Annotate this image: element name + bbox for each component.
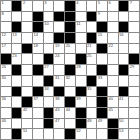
white-cell-r1c4[interactable] — [33, 1, 43, 11]
white-cell-r2c12[interactable] — [119, 12, 129, 22]
white-cell-r8c6[interactable]: 31 — [54, 76, 64, 86]
clue-number-4: 4 — [76, 1, 78, 5]
white-cell-r5c12[interactable] — [119, 44, 129, 54]
white-cell-r2c10[interactable]: 9 — [97, 12, 107, 22]
clue-number-2: 2 — [23, 1, 25, 5]
white-cell-r10c2[interactable] — [12, 97, 22, 107]
white-cell-r4c13[interactable] — [129, 33, 139, 43]
white-cell-r6c3[interactable] — [22, 54, 32, 64]
white-cell-r3c8[interactable]: 11 — [76, 22, 86, 32]
white-cell-r5c2[interactable] — [12, 44, 22, 54]
white-cell-r10c6[interactable]: 38 — [54, 97, 64, 107]
black-cell-r12c5 — [44, 119, 54, 129]
white-cell-r2c11[interactable] — [108, 12, 118, 22]
white-cell-r2c8[interactable] — [76, 12, 86, 22]
white-cell-r12c9[interactable]: 48 — [87, 119, 97, 129]
clue-number-20: 20 — [66, 44, 70, 48]
black-cell-r6c8 — [76, 54, 86, 64]
clue-number-28: 28 — [76, 65, 80, 69]
white-cell-r4c4[interactable]: 14 — [33, 33, 43, 43]
black-cell-r3c4 — [33, 22, 43, 32]
black-cell-r11c10 — [97, 108, 107, 118]
black-cell-r13c11 — [108, 129, 118, 139]
black-cell-r9c8 — [76, 87, 86, 97]
clue-number-7: 7 — [130, 1, 132, 5]
white-cell-r6c2[interactable]: 23 — [12, 54, 22, 64]
white-cell-r3c9[interactable] — [87, 22, 97, 32]
clue-number-32: 32 — [66, 76, 70, 80]
white-cell-r13c8[interactable]: 52 — [76, 129, 86, 139]
white-cell-r11c13[interactable] — [129, 108, 139, 118]
clue-number-10: 10 — [44, 22, 48, 26]
white-cell-r5c4[interactable]: 18 — [33, 44, 43, 54]
white-cell-r9c9[interactable]: 35 — [87, 87, 97, 97]
white-cell-r3c11[interactable] — [108, 22, 118, 32]
black-cell-r6c13 — [129, 54, 139, 64]
white-cell-r10c1[interactable]: 36 — [1, 97, 11, 107]
white-cell-r3c6[interactable] — [54, 22, 64, 32]
black-cell-r2c6 — [54, 12, 64, 22]
black-cell-r2c7 — [65, 12, 75, 22]
white-cell-r11c3[interactable]: 42 — [22, 108, 32, 118]
black-cell-r6c5 — [44, 54, 54, 64]
white-cell-r8c3[interactable] — [22, 76, 32, 86]
white-cell-r13c4[interactable] — [33, 129, 43, 139]
black-cell-r9c2 — [12, 87, 22, 97]
black-cell-r2c9 — [87, 12, 97, 22]
white-cell-r6c10[interactable] — [97, 54, 107, 64]
white-cell-r5c13[interactable] — [129, 44, 139, 54]
clue-number-38: 38 — [55, 97, 59, 101]
white-cell-r1c3[interactable]: 2 — [22, 1, 32, 11]
white-cell-r1c1[interactable]: 1 — [1, 1, 11, 11]
white-cell-r10c13[interactable] — [129, 97, 139, 107]
white-cell-r10c4[interactable]: 37 — [33, 97, 43, 107]
black-cell-r11c5 — [44, 108, 54, 118]
white-cell-r7c5[interactable]: 27 — [44, 65, 54, 75]
white-cell-r1c10[interactable]: 5 — [97, 1, 107, 11]
clue-number-1: 1 — [2, 1, 4, 5]
white-cell-r2c5[interactable] — [44, 12, 54, 22]
clue-number-35: 35 — [87, 87, 91, 91]
clue-number-43: 43 — [55, 108, 59, 112]
white-cell-r8c13[interactable] — [129, 76, 139, 86]
black-cell-r12c11 — [108, 119, 118, 129]
black-cell-r7c7 — [65, 65, 75, 75]
white-cell-r10c9[interactable] — [87, 97, 97, 107]
white-cell-r7c1[interactable]: 26 — [1, 65, 11, 75]
clue-number-45: 45 — [108, 108, 112, 112]
white-cell-r8c1[interactable]: 30 — [1, 76, 11, 86]
white-cell-r4c10[interactable]: 15 — [97, 33, 107, 43]
clue-number-8: 8 — [2, 12, 4, 16]
white-cell-r7c3[interactable] — [22, 65, 32, 75]
clue-number-26: 26 — [2, 65, 6, 69]
clue-number-31: 31 — [55, 76, 59, 80]
crossword-grid: 1234567891011121314151617181920212223242… — [0, 0, 140, 140]
clue-number-42: 42 — [23, 108, 27, 112]
clue-number-50: 50 — [119, 119, 123, 123]
white-cell-r8c12[interactable] — [119, 76, 129, 86]
white-cell-r12c2[interactable] — [12, 119, 22, 129]
clue-number-19: 19 — [55, 44, 59, 48]
white-cell-r4c8[interactable] — [76, 33, 86, 43]
white-cell-r10c12[interactable]: 41 — [119, 97, 129, 107]
white-cell-r13c13[interactable] — [129, 129, 139, 139]
clue-number-21: 21 — [87, 44, 91, 48]
white-cell-r1c6[interactable] — [54, 1, 64, 11]
clue-number-9: 9 — [98, 12, 100, 16]
black-cell-r9c6 — [54, 87, 64, 97]
white-cell-r13c5[interactable] — [44, 129, 54, 139]
white-cell-r5c9[interactable]: 21 — [87, 44, 97, 54]
white-cell-r2c13[interactable] — [129, 12, 139, 22]
white-cell-r13c12[interactable]: 53 — [119, 129, 129, 139]
white-cell-r4c5[interactable] — [44, 33, 54, 43]
white-cell-r1c5[interactable]: 3 — [44, 1, 54, 11]
white-cell-r12c10[interactable]: 49 — [97, 119, 107, 129]
white-cell-r8c8[interactable] — [76, 76, 86, 86]
white-cell-r8c4[interactable] — [33, 76, 43, 86]
white-cell-r11c11[interactable]: 45 — [108, 108, 118, 118]
black-cell-r9c10 — [97, 87, 107, 97]
black-cell-r3c7 — [65, 22, 75, 32]
white-cell-r10c8[interactable]: 39 — [76, 97, 86, 107]
clue-number-25: 25 — [87, 54, 91, 58]
white-cell-r12c12[interactable]: 50 — [119, 119, 129, 129]
black-cell-r12c8 — [76, 119, 86, 129]
black-cell-r1c12 — [119, 1, 129, 11]
white-cell-r9c5[interactable]: 34 — [44, 87, 54, 97]
white-cell-r13c1[interactable] — [1, 129, 11, 139]
white-cell-r1c8[interactable]: 4 — [76, 1, 86, 11]
black-cell-r9c4 — [33, 87, 43, 97]
white-cell-r13c10[interactable] — [97, 129, 107, 139]
white-cell-r12c4[interactable] — [33, 119, 43, 129]
clue-number-34: 34 — [44, 87, 48, 91]
white-cell-r13c3[interactable]: 51 — [22, 129, 32, 139]
white-cell-r9c3[interactable] — [22, 87, 32, 97]
white-cell-r12c1[interactable]: 46 — [1, 119, 11, 129]
clue-number-30: 30 — [2, 76, 6, 80]
white-cell-r11c1[interactable] — [1, 108, 11, 118]
black-cell-r9c12 — [119, 87, 129, 97]
white-cell-r2c1[interactable]: 8 — [1, 12, 11, 22]
black-cell-r7c10 — [97, 65, 107, 75]
white-cell-r5c8[interactable] — [76, 44, 86, 54]
white-cell-r3c1[interactable] — [1, 22, 11, 32]
clue-number-49: 49 — [98, 119, 102, 123]
white-cell-r11c7[interactable]: 44 — [65, 108, 75, 118]
black-cell-r1c7 — [65, 1, 75, 11]
clue-number-37: 37 — [34, 97, 38, 101]
white-cell-r1c9[interactable] — [87, 1, 97, 11]
white-cell-r12c6[interactable]: 47 — [54, 119, 64, 129]
black-cell-r8c9 — [87, 76, 97, 86]
clue-number-6: 6 — [108, 1, 110, 5]
white-cell-r9c1[interactable] — [1, 87, 11, 97]
white-cell-r7c8[interactable]: 28 — [76, 65, 86, 75]
white-cell-r3c13[interactable] — [129, 22, 139, 32]
clue-number-40: 40 — [108, 97, 112, 101]
black-cell-r3c10 — [97, 22, 107, 32]
black-cell-r3c12 — [119, 22, 129, 32]
black-cell-r8c5 — [44, 76, 54, 86]
clue-number-47: 47 — [55, 119, 59, 123]
clue-number-53: 53 — [119, 129, 123, 133]
clue-number-24: 24 — [55, 54, 59, 58]
clue-number-46: 46 — [2, 119, 6, 123]
clue-number-52: 52 — [76, 129, 80, 133]
white-cell-r4c1[interactable]: 12 — [1, 33, 11, 43]
clue-number-12: 12 — [2, 33, 6, 37]
white-cell-r4c11[interactable] — [108, 33, 118, 43]
white-cell-r1c13[interactable]: 7 — [129, 1, 139, 11]
white-cell-r11c9[interactable] — [87, 108, 97, 118]
white-cell-r11c6[interactable]: 43 — [54, 108, 64, 118]
clue-number-48: 48 — [87, 119, 91, 123]
black-cell-r6c1 — [1, 54, 11, 64]
white-cell-r9c13[interactable] — [129, 87, 139, 97]
white-cell-r4c12[interactable]: 16 — [119, 33, 129, 43]
white-cell-r1c11[interactable]: 6 — [108, 1, 118, 11]
black-cell-r3c2 — [12, 22, 22, 32]
clue-number-18: 18 — [34, 44, 38, 48]
black-cell-r11c8 — [76, 108, 86, 118]
white-cell-r6c6[interactable]: 24 — [54, 54, 64, 64]
white-cell-r5c1[interactable]: 17 — [1, 44, 11, 54]
white-cell-r5c11[interactable]: 22 — [108, 44, 118, 54]
white-cell-r6c12[interactable] — [119, 54, 129, 64]
white-cell-r12c13[interactable] — [129, 119, 139, 129]
black-cell-r10c3 — [22, 97, 32, 107]
black-cell-r7c4 — [33, 65, 43, 75]
white-cell-r8c10[interactable]: 33 — [97, 76, 107, 86]
clue-number-41: 41 — [119, 97, 123, 101]
clue-number-27: 27 — [44, 65, 48, 69]
white-cell-r7c13[interactable]: 29 — [129, 65, 139, 75]
white-cell-r12c7[interactable] — [65, 119, 75, 129]
white-cell-r6c7[interactable] — [65, 54, 75, 64]
black-cell-r7c2 — [12, 65, 22, 75]
white-cell-r9c11[interactable] — [108, 87, 118, 97]
clue-number-17: 17 — [2, 44, 6, 48]
white-cell-r11c4[interactable] — [33, 108, 43, 118]
clue-number-16: 16 — [119, 33, 123, 37]
white-cell-r7c6[interactable] — [54, 65, 64, 75]
clue-number-51: 51 — [23, 129, 27, 133]
black-cell-r13c2 — [12, 129, 22, 139]
white-cell-r11c12[interactable] — [119, 108, 129, 118]
black-cell-r5c10 — [97, 44, 107, 54]
white-cell-r2c2[interactable] — [12, 12, 22, 22]
white-cell-r12c3[interactable] — [22, 119, 32, 129]
white-cell-r6c11[interactable] — [108, 54, 118, 64]
white-cell-r3c5[interactable]: 10 — [44, 22, 54, 32]
black-cell-r10c10 — [97, 97, 107, 107]
white-cell-r8c7[interactable]: 32 — [65, 76, 75, 86]
white-cell-r5c5[interactable] — [44, 44, 54, 54]
black-cell-r13c7 — [65, 129, 75, 139]
white-cell-r10c5[interactable] — [44, 97, 54, 107]
white-cell-r4c3[interactable] — [22, 33, 32, 43]
clue-number-11: 11 — [76, 22, 80, 26]
clue-number-39: 39 — [76, 97, 80, 101]
black-cell-r4c7 — [65, 33, 75, 43]
white-cell-r8c2[interactable] — [12, 76, 22, 86]
clue-number-29: 29 — [130, 65, 134, 69]
black-cell-r5c3 — [22, 44, 32, 54]
black-cell-r1c2 — [12, 1, 22, 11]
black-cell-r10c7 — [65, 97, 75, 107]
white-cell-r6c4[interactable] — [33, 54, 43, 64]
white-cell-r5c6[interactable]: 19 — [54, 44, 64, 54]
clue-number-13: 13 — [12, 33, 16, 37]
clue-number-15: 15 — [98, 33, 102, 37]
clue-number-14: 14 — [34, 33, 38, 37]
black-cell-r4c9 — [87, 33, 97, 43]
clue-number-44: 44 — [66, 108, 70, 112]
white-cell-r7c11[interactable] — [108, 65, 118, 75]
white-cell-r2c3[interactable] — [22, 12, 32, 22]
white-cell-r10c11[interactable]: 40 — [108, 97, 118, 107]
black-cell-r11c2 — [12, 108, 22, 118]
white-cell-r13c9[interactable] — [87, 129, 97, 139]
white-cell-r8c11[interactable] — [108, 76, 118, 86]
white-cell-r9c7[interactable] — [65, 87, 75, 97]
white-cell-r4c2[interactable]: 13 — [12, 33, 22, 43]
white-cell-r13c6[interactable] — [54, 129, 64, 139]
black-cell-r4c6 — [54, 33, 64, 43]
clue-number-3: 3 — [44, 1, 46, 5]
black-cell-r2c4 — [33, 12, 43, 22]
clue-number-23: 23 — [12, 54, 16, 58]
white-cell-r5c7[interactable]: 20 — [65, 44, 75, 54]
white-cell-r7c9[interactable] — [87, 65, 97, 75]
clue-number-33: 33 — [98, 76, 102, 80]
clue-number-22: 22 — [108, 44, 112, 48]
clue-number-5: 5 — [98, 1, 100, 5]
white-cell-r6c9[interactable]: 25 — [87, 54, 97, 64]
black-cell-r7c12 — [119, 65, 129, 75]
clue-number-36: 36 — [2, 97, 6, 101]
white-cell-r3c3[interactable] — [22, 22, 32, 32]
